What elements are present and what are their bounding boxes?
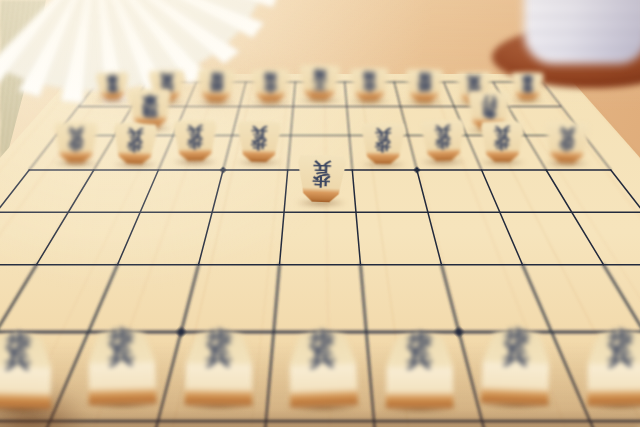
shogi-piece-sente-p: 歩兵 (182, 327, 255, 405)
shogi-piece-gote-s: 銀将 (196, 68, 236, 102)
shogi-piece-sente-b: 角行 (0, 422, 13, 427)
shogi-photo-scene: 香車桂馬銀将金将王将金将銀将桂馬香車飛車角行歩兵歩兵歩兵歩兵歩兵歩兵歩兵歩兵歩兵… (0, 0, 640, 427)
shogi-piece-gote-k: 王将 (299, 65, 341, 101)
shogi-piece-gote-g: 金将 (250, 69, 289, 103)
shogi-piece-gote-p: 歩兵 (173, 120, 218, 162)
shogi-pieces-layer: 香車桂馬銀将金将王将金将銀将桂馬香車飛車角行歩兵歩兵歩兵歩兵歩兵歩兵歩兵歩兵歩兵… (0, 0, 640, 427)
shogi-piece-sente-p: 歩兵 (384, 331, 456, 408)
shogi-piece-gote-g: 金将 (350, 67, 390, 101)
shogi-piece-gote-p: 歩兵 (361, 123, 406, 165)
shogi-piece-sente-r: 飛車 (622, 417, 640, 427)
shogi-piece-gote-p: 歩兵 (480, 121, 524, 162)
shogi-piece-sente-p: 歩兵 (585, 327, 640, 405)
shogi-piece-gote-p: 歩兵 (113, 122, 159, 165)
shogi-piece-sente-p: 歩兵 (85, 326, 159, 405)
shogi-piece-gote-p: 歩兵 (54, 122, 98, 163)
shogi-piece-gote-l: 香車 (95, 72, 129, 101)
shogi-piece-gote-p: 歩兵 (296, 154, 347, 203)
shogi-piece-gote-p: 歩兵 (544, 121, 590, 164)
shogi-piece-sente-p: 歩兵 (0, 330, 54, 409)
shogi-piece-sente-p: 歩兵 (479, 325, 554, 405)
shogi-piece-gote-p: 歩兵 (420, 119, 466, 162)
shogi-piece-gote-s: 銀将 (404, 69, 443, 102)
shogi-piece-sente-p: 歩兵 (286, 328, 361, 408)
shogi-piece-gote-p: 歩兵 (237, 121, 282, 163)
shogi-piece-gote-l: 香車 (511, 72, 544, 100)
